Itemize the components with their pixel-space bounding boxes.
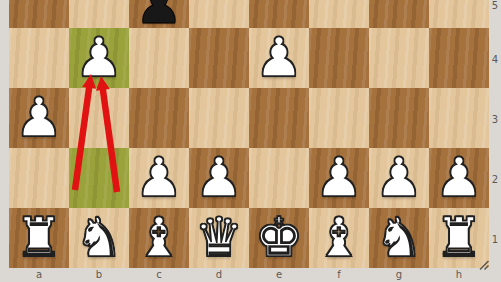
piece-wP-h2[interactable]: ♟	[429, 148, 489, 208]
square-g4[interactable]	[369, 28, 429, 88]
piece-wP-b4[interactable]: ♟	[69, 28, 129, 88]
square-e3[interactable]	[249, 88, 309, 148]
square-e5[interactable]	[249, 0, 309, 28]
square-e2[interactable]	[249, 148, 309, 208]
square-c5[interactable]: ♟	[129, 0, 189, 28]
square-c2[interactable]: ♟	[129, 148, 189, 208]
piece-wK-e1[interactable]: ♚	[249, 208, 309, 268]
square-f1[interactable]: ♝	[309, 208, 369, 268]
square-b3[interactable]	[69, 88, 129, 148]
chess-board-panel: ♟♟♟♟♟♟♟♟♟♜♞♝♛♚♝♞♜ abcdefgh 54321	[0, 0, 501, 282]
square-a2[interactable]	[9, 148, 69, 208]
square-b1[interactable]: ♞	[69, 208, 129, 268]
square-c1[interactable]: ♝	[129, 208, 189, 268]
file-label-e: e	[249, 268, 309, 282]
square-f5[interactable]	[309, 0, 369, 28]
square-e4[interactable]: ♟	[249, 28, 309, 88]
square-g3[interactable]	[369, 88, 429, 148]
file-label-c: c	[129, 268, 189, 282]
file-label-g: g	[369, 268, 429, 282]
square-a4[interactable]	[9, 28, 69, 88]
square-d1[interactable]: ♛	[189, 208, 249, 268]
file-label-b: b	[69, 268, 129, 282]
square-b4[interactable]: ♟	[69, 28, 129, 88]
square-h5[interactable]	[429, 0, 489, 28]
file-label-f: f	[309, 268, 369, 282]
piece-wP-d2[interactable]: ♟	[189, 148, 249, 208]
rank-label-4: 4	[489, 53, 501, 67]
square-b2[interactable]	[69, 148, 129, 208]
square-a5[interactable]	[9, 0, 69, 28]
square-e1[interactable]: ♚	[249, 208, 309, 268]
square-h4[interactable]	[429, 28, 489, 88]
square-d5[interactable]	[189, 0, 249, 28]
square-d4[interactable]	[189, 28, 249, 88]
square-g5[interactable]	[369, 0, 429, 28]
piece-wP-c2[interactable]: ♟	[129, 148, 189, 208]
piece-wQ-d1[interactable]: ♛	[189, 208, 249, 268]
square-f2[interactable]: ♟	[309, 148, 369, 208]
file-label-d: d	[189, 268, 249, 282]
resize-grip-icon	[479, 260, 490, 271]
chess-board[interactable]: ♟♟♟♟♟♟♟♟♟♜♞♝♛♚♝♞♜	[9, 0, 489, 268]
rank-label-1: 1	[489, 233, 501, 247]
piece-wP-f2[interactable]: ♟	[309, 148, 369, 208]
rank-label-2: 2	[489, 173, 501, 187]
piece-wN-b1[interactable]: ♞	[69, 208, 129, 268]
square-f4[interactable]	[309, 28, 369, 88]
square-b5[interactable]	[69, 0, 129, 28]
piece-wP-a3[interactable]: ♟	[9, 88, 69, 148]
square-h3[interactable]	[429, 88, 489, 148]
square-a1[interactable]: ♜	[9, 208, 69, 268]
square-c3[interactable]	[129, 88, 189, 148]
square-g2[interactable]: ♟	[369, 148, 429, 208]
piece-wB-f1[interactable]: ♝	[309, 208, 369, 268]
square-f3[interactable]	[309, 88, 369, 148]
board-grid: ♟♟♟♟♟♟♟♟♟♜♞♝♛♚♝♞♜	[9, 0, 489, 268]
rank-label-5: 5	[489, 0, 501, 13]
file-label-a: a	[9, 268, 69, 282]
board-resize-handle[interactable]	[479, 256, 490, 267]
piece-wB-c1[interactable]: ♝	[129, 208, 189, 268]
piece-wP-e4[interactable]: ♟	[249, 28, 309, 88]
piece-wN-g1[interactable]: ♞	[369, 208, 429, 268]
square-g1[interactable]: ♞	[369, 208, 429, 268]
square-c4[interactable]	[129, 28, 189, 88]
rank-label-3: 3	[489, 113, 501, 127]
piece-wR-a1[interactable]: ♜	[9, 208, 69, 268]
piece-wP-g2[interactable]: ♟	[369, 148, 429, 208]
square-h2[interactable]: ♟	[429, 148, 489, 208]
square-d2[interactable]: ♟	[189, 148, 249, 208]
square-a3[interactable]: ♟	[9, 88, 69, 148]
square-d3[interactable]	[189, 88, 249, 148]
